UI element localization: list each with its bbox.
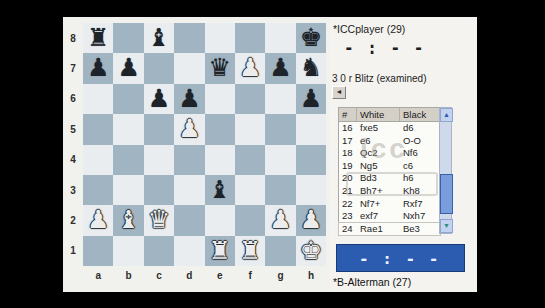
black-pawn: ♟ <box>178 84 200 114</box>
move-row-18[interactable]: 18Qc2Nf6 <box>339 147 440 160</box>
square-a6[interactable] <box>83 84 113 114</box>
black-pawn: ♟ <box>269 53 291 83</box>
square-h5[interactable] <box>296 114 326 144</box>
square-b5[interactable] <box>113 114 143 144</box>
square-b6[interactable] <box>113 84 143 114</box>
square-d1[interactable] <box>174 236 204 266</box>
rank-label: 1 <box>63 236 83 266</box>
square-g3[interactable] <box>265 175 295 205</box>
move-cell-black[interactable]: h6 <box>400 172 440 185</box>
square-a7[interactable]: ♟ <box>83 53 113 83</box>
file-label: d <box>174 267 204 283</box>
square-b4[interactable] <box>113 145 143 175</box>
square-c4[interactable] <box>144 145 174 175</box>
square-g2[interactable]: ♟ <box>265 205 295 235</box>
file-label: b <box>113 267 143 283</box>
black-knight: ♞ <box>300 53 322 83</box>
move-cell-num[interactable]: 21 <box>339 185 357 198</box>
square-b2[interactable]: ♝ <box>113 205 143 235</box>
move-cell-black[interactable]: c6 <box>400 160 440 173</box>
square-d6[interactable]: ♟ <box>174 84 204 114</box>
square-e1[interactable]: ♜ <box>205 236 235 266</box>
move-cell-white[interactable]: Bd3 <box>357 172 400 185</box>
square-g1[interactable] <box>265 236 295 266</box>
move-table-header: # White Black <box>339 108 440 122</box>
black-pawn: ♟ <box>117 53 139 83</box>
move-cell-num[interactable]: 24 <box>339 223 357 236</box>
square-e3[interactable]: ♝ <box>205 175 235 205</box>
white-player-clock: - : - - <box>336 244 465 272</box>
black-pawn: ♟ <box>148 84 170 114</box>
move-cell-white[interactable]: Rae1 <box>357 223 400 236</box>
file-label: a <box>83 267 113 283</box>
square-h4[interactable] <box>296 145 326 175</box>
black-player-clock: - : - - <box>344 37 425 58</box>
move-row-17[interactable]: 17e6O-O <box>339 135 440 148</box>
move-list-scrollbar[interactable]: ▲ ▼ <box>439 107 452 234</box>
move-cell-black[interactable]: d6 <box>400 122 440 135</box>
square-c5[interactable] <box>144 114 174 144</box>
square-f4[interactable] <box>235 145 265 175</box>
move-row-22[interactable]: 22Nf7+Rxf7 <box>339 198 440 211</box>
move-cell-num[interactable]: 22 <box>339 198 357 211</box>
col-header-num: # <box>339 108 357 121</box>
file-label: f <box>235 267 265 283</box>
square-e4[interactable] <box>205 145 235 175</box>
square-d2[interactable] <box>174 205 204 235</box>
square-h2[interactable]: ♟ <box>296 205 326 235</box>
white-pawn: ♟ <box>87 205 109 235</box>
square-f7[interactable]: ♟ <box>235 53 265 83</box>
move-cell-white[interactable]: fxe5 <box>357 122 400 135</box>
square-c7[interactable] <box>144 53 174 83</box>
white-queen: ♛ <box>148 205 170 235</box>
move-cell-black[interactable]: O-O <box>400 135 440 148</box>
square-e5[interactable] <box>205 114 235 144</box>
scroll-down-icon[interactable]: ▼ <box>440 219 453 233</box>
rank-label: 5 <box>63 114 83 144</box>
black-queen: ♛ <box>209 53 231 83</box>
square-h1[interactable]: ♚ <box>296 236 326 266</box>
move-cell-black[interactable]: Be3 <box>400 223 440 236</box>
square-a3[interactable] <box>83 175 113 205</box>
move-cell-num[interactable]: 18 <box>339 147 357 160</box>
move-list-table[interactable]: # White Black 16fxe5d617e6O-O18Qc2Nf619N… <box>338 107 441 236</box>
move-cell-num[interactable]: 16 <box>339 122 357 135</box>
file-label: g <box>265 267 295 283</box>
file-labels: abcdefgh <box>83 267 326 283</box>
square-e6[interactable] <box>205 84 235 114</box>
square-b3[interactable] <box>113 175 143 205</box>
square-d5[interactable]: ♟ <box>174 114 204 144</box>
move-row-21[interactable]: 21Bh7+Kh8 <box>339 185 440 198</box>
square-h7[interactable]: ♞ <box>296 53 326 83</box>
square-b7[interactable]: ♟ <box>113 53 143 83</box>
move-cell-white[interactable]: Nf7+ <box>357 198 400 211</box>
rank-label: 7 <box>63 53 83 83</box>
move-cell-num[interactable]: 17 <box>339 135 357 148</box>
square-d4[interactable] <box>174 145 204 175</box>
rank-labels: 87654321 <box>63 23 83 266</box>
square-g4[interactable] <box>265 145 295 175</box>
scroll-up-icon[interactable]: ▲ <box>440 108 453 122</box>
move-row-23[interactable]: 23exf7Nxh7 <box>339 210 440 223</box>
white-pawn: ♟ <box>269 205 291 235</box>
square-g6[interactable] <box>265 84 295 114</box>
rank-label: 8 <box>63 23 83 53</box>
square-h3[interactable] <box>296 175 326 205</box>
rank-label: 4 <box>63 145 83 175</box>
move-cell-white[interactable]: Ng5 <box>357 160 400 173</box>
black-king: ♚ <box>300 23 322 53</box>
black-bishop: ♝ <box>148 23 170 53</box>
col-header-black: Black <box>400 108 440 121</box>
white-pawn: ♟ <box>239 53 261 83</box>
square-d8[interactable] <box>174 23 204 53</box>
move-cell-black[interactable]: Kh8 <box>400 185 440 198</box>
black-player-name: *ICCplayer (29) <box>333 23 405 35</box>
move-row-20[interactable]: 20Bd3h6 <box>339 172 440 185</box>
move-cell-white[interactable]: Bh7+ <box>357 185 400 198</box>
square-a8[interactable]: ♜ <box>83 23 113 53</box>
black-rook: ♜ <box>87 23 109 53</box>
move-row-19[interactable]: 19Ng5c6 <box>339 160 440 173</box>
move-cell-num[interactable]: 19 <box>339 160 357 173</box>
square-a1[interactable] <box>83 236 113 266</box>
game-info-panel: *ICCplayer (29) - : - - 3 0 r Blitz (exa… <box>330 17 477 292</box>
square-a4[interactable] <box>83 145 113 175</box>
move-row-24[interactable]: 24Rae1Be3 <box>339 223 440 236</box>
white-rook: ♜ <box>239 236 261 266</box>
white-pawn: ♟ <box>300 205 322 235</box>
square-g8[interactable] <box>265 23 295 53</box>
board-panel: 87654321 ♜♝♚♟♟♛♟♟♞♟♟♟♟♝♟♝♛♟♟♜♜♚ abcdefgh <box>63 17 330 292</box>
white-king: ♚ <box>300 236 322 266</box>
move-row-16[interactable]: 16fxe5d6 <box>339 122 440 135</box>
square-c2[interactable]: ♛ <box>144 205 174 235</box>
square-e7[interactable]: ♛ <box>205 53 235 83</box>
black-bishop: ♝ <box>209 175 231 205</box>
square-h6[interactable]: ♟ <box>296 84 326 114</box>
rank-label: 3 <box>63 175 83 205</box>
white-player-name: *B-Alterman (27) <box>333 276 411 288</box>
rank-label: 6 <box>63 84 83 114</box>
move-cell-black[interactable]: Rxf7 <box>400 198 440 211</box>
game-type-label: 3 0 r Blitz (examined) <box>332 73 426 84</box>
black-pawn: ♟ <box>300 84 322 114</box>
col-header-white: White <box>357 108 400 121</box>
square-f2[interactable] <box>235 205 265 235</box>
file-label: e <box>205 267 235 283</box>
square-h8[interactable]: ♚ <box>296 23 326 53</box>
square-a2[interactable]: ♟ <box>83 205 113 235</box>
square-g5[interactable] <box>265 114 295 144</box>
move-cell-num[interactable]: 20 <box>339 172 357 185</box>
move-cell-white[interactable]: exf7 <box>357 210 400 223</box>
move-back-button[interactable]: ◄ <box>332 86 346 99</box>
square-b8[interactable] <box>113 23 143 53</box>
file-label: h <box>296 267 326 283</box>
white-rook: ♜ <box>209 236 231 266</box>
square-f8[interactable] <box>235 23 265 53</box>
square-f1[interactable]: ♜ <box>235 236 265 266</box>
chess-board[interactable]: ♜♝♚♟♟♛♟♟♞♟♟♟♟♝♟♝♛♟♟♜♜♚ <box>83 23 326 266</box>
square-f6[interactable] <box>235 84 265 114</box>
square-e8[interactable] <box>205 23 235 53</box>
square-c8[interactable]: ♝ <box>144 23 174 53</box>
scrollbar-thumb[interactable] <box>440 174 453 214</box>
white-clock-text: - : - - <box>359 249 440 268</box>
square-f3[interactable] <box>235 175 265 205</box>
move-cell-num[interactable]: 23 <box>339 210 357 223</box>
file-label: c <box>144 267 174 283</box>
move-cell-black[interactable]: Nxh7 <box>400 210 440 223</box>
square-b1[interactable] <box>113 236 143 266</box>
square-c1[interactable] <box>144 236 174 266</box>
black-pawn: ♟ <box>87 53 109 83</box>
square-c3[interactable] <box>144 175 174 205</box>
square-c6[interactable]: ♟ <box>144 84 174 114</box>
move-cell-white[interactable]: e6 <box>357 135 400 148</box>
white-bishop: ♝ <box>117 205 139 235</box>
move-cell-black[interactable]: Nf6 <box>400 147 440 160</box>
square-e2[interactable] <box>205 205 235 235</box>
rank-label: 2 <box>63 205 83 235</box>
square-d3[interactable] <box>174 175 204 205</box>
square-a5[interactable] <box>83 114 113 144</box>
square-g7[interactable]: ♟ <box>265 53 295 83</box>
white-pawn: ♟ <box>178 114 200 144</box>
square-f5[interactable] <box>235 114 265 144</box>
move-cell-white[interactable]: Qc2 <box>357 147 400 160</box>
square-d7[interactable] <box>174 53 204 83</box>
